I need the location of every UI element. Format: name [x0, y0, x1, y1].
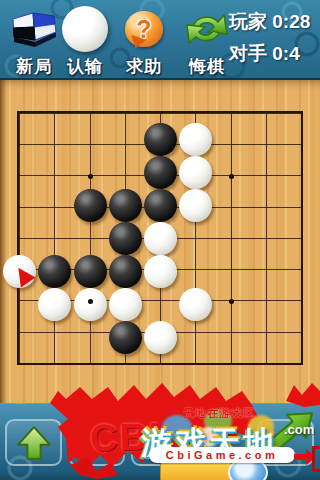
help-bubble-icon: ?: [125, 11, 163, 47]
board-intersection[interactable]: [143, 189, 178, 222]
board-intersection[interactable]: [2, 288, 37, 321]
ad-url: CbiGame.com: [166, 449, 278, 461]
board-intersection[interactable]: [73, 189, 108, 222]
board-intersection[interactable]: [214, 288, 249, 321]
board-intersection[interactable]: [108, 189, 143, 222]
board-intersection[interactable]: [178, 156, 213, 189]
board-intersection[interactable]: [284, 189, 319, 222]
board-intersection[interactable]: [249, 222, 284, 255]
board-intersection[interactable]: [73, 288, 108, 321]
board-cells: [2, 98, 319, 379]
board-intersection[interactable]: [143, 255, 178, 288]
board-intersection[interactable]: [2, 156, 37, 189]
white-stone: [179, 156, 212, 189]
board-intersection[interactable]: [143, 123, 178, 156]
undo-arrows-icon: [180, 5, 234, 53]
board-intersection[interactable]: [143, 321, 178, 354]
board-intersection[interactable]: [214, 255, 249, 288]
board-intersection[interactable]: [37, 288, 72, 321]
white-stone: [179, 123, 212, 156]
star-point: [88, 174, 93, 179]
undo-label: 悔棋: [180, 55, 234, 78]
board-intersection[interactable]: [284, 156, 319, 189]
board-intersection[interactable]: [73, 98, 108, 123]
board-intersection[interactable]: [143, 98, 178, 123]
white-stone: [144, 222, 177, 255]
white-stone: [179, 189, 212, 222]
black-stone: [109, 321, 142, 354]
board-intersection[interactable]: [37, 189, 72, 222]
board-intersection[interactable]: [249, 288, 284, 321]
white-stone: [144, 321, 177, 354]
opponent-label: 对手: [229, 43, 267, 64]
board-intersection[interactable]: [37, 222, 72, 255]
board-intersection[interactable]: [284, 255, 319, 288]
white-stone: [144, 255, 177, 288]
board-intersection[interactable]: [73, 156, 108, 189]
board-intersection[interactable]: [249, 321, 284, 354]
board-intersection[interactable]: [214, 222, 249, 255]
red-box-icon: [312, 446, 320, 472]
star-point: [88, 299, 93, 304]
player-label: 玩家: [229, 11, 267, 32]
board-intersection[interactable]: [108, 222, 143, 255]
board-intersection[interactable]: [73, 321, 108, 354]
board-intersection[interactable]: [2, 222, 37, 255]
star-point: [229, 174, 234, 179]
question-mark: ?: [125, 11, 163, 47]
black-stone: [109, 222, 142, 255]
black-stone: [74, 189, 107, 222]
board-intersection[interactable]: [284, 222, 319, 255]
board-intersection[interactable]: [249, 156, 284, 189]
black-stone: [144, 189, 177, 222]
star-point: [229, 299, 234, 304]
clock-panel: 玩家 0:28 对手 0:4: [229, 11, 310, 65]
board-intersection[interactable]: [37, 156, 72, 189]
white-stone: [74, 288, 107, 321]
black-stone: [38, 255, 71, 288]
board-intersection[interactable]: [143, 288, 178, 321]
go-board: [0, 80, 320, 403]
board-intersection[interactable]: [108, 123, 143, 156]
board-intersection[interactable]: [2, 255, 37, 288]
board-intersection[interactable]: [284, 321, 319, 354]
board-intersection[interactable]: [178, 222, 213, 255]
white-stone: [179, 288, 212, 321]
board-intersection[interactable]: [284, 98, 319, 123]
board-intersection[interactable]: [108, 156, 143, 189]
ad-dotcom: .com: [284, 422, 314, 437]
app-screen: 新局 认输 ? 求助: [0, 0, 320, 480]
board-intersection[interactable]: [284, 288, 319, 321]
resign-label: 认输: [58, 55, 112, 78]
board-intersection[interactable]: [108, 288, 143, 321]
white-stone: [109, 288, 142, 321]
board-intersection[interactable]: [143, 222, 178, 255]
board-intersection[interactable]: [108, 98, 143, 123]
white-stone-icon: [62, 6, 108, 52]
board-intersection[interactable]: [178, 288, 213, 321]
board-intersection[interactable]: [73, 222, 108, 255]
board-intersection[interactable]: [178, 123, 213, 156]
board-intersection[interactable]: [108, 255, 143, 288]
board-intersection[interactable]: [214, 189, 249, 222]
ad-url-pill[interactable]: CbiGame.com: [149, 447, 295, 463]
board-intersection[interactable]: [108, 321, 143, 354]
board-intersection[interactable]: [249, 255, 284, 288]
white-stone: [38, 288, 71, 321]
new-game-button[interactable]: 新局: [7, 5, 61, 78]
board-intersection[interactable]: [214, 98, 249, 123]
last-move-marker: [3, 255, 36, 288]
board-intersection[interactable]: [214, 321, 249, 354]
board-intersection[interactable]: [143, 156, 178, 189]
opponent-clock: 对手 0:4: [229, 43, 310, 65]
board-intersection[interactable]: [2, 123, 37, 156]
board-intersection[interactable]: [178, 255, 213, 288]
board-intersection[interactable]: [37, 98, 72, 123]
board-intersection[interactable]: [214, 156, 249, 189]
board-intersection[interactable]: [284, 123, 319, 156]
board-intersection[interactable]: [73, 255, 108, 288]
black-stone: [109, 189, 142, 222]
help-button[interactable]: ? 求助: [117, 5, 171, 78]
black-stone: [109, 255, 142, 288]
help-label: 求助: [117, 55, 171, 78]
board-intersection[interactable]: [178, 98, 213, 123]
board-intersection[interactable]: [2, 98, 37, 123]
ad-tagline: 天地在游戏区: [183, 406, 255, 421]
player-clock: 玩家 0:28: [229, 11, 310, 33]
board-intersection[interactable]: [178, 189, 213, 222]
resign-button[interactable]: 认输: [58, 5, 112, 78]
board-intersection[interactable]: [249, 123, 284, 156]
board-intersection[interactable]: [178, 321, 213, 354]
new-game-board-icon: [7, 5, 61, 53]
board-intersection[interactable]: [214, 123, 249, 156]
board-intersection[interactable]: [249, 98, 284, 123]
board-intersection[interactable]: [2, 321, 37, 354]
board-intersection[interactable]: [249, 189, 284, 222]
opponent-time: 0:4: [272, 43, 299, 64]
undo-button[interactable]: 悔棋: [180, 5, 234, 78]
player-time: 0:28: [272, 11, 310, 32]
top-toolbar: 新局 认输 ? 求助: [0, 0, 320, 80]
black-stone: [144, 123, 177, 156]
black-stone: [144, 156, 177, 189]
board-intersection[interactable]: [37, 255, 72, 288]
board-intersection[interactable]: [37, 123, 72, 156]
new-game-label: 新局: [7, 55, 61, 78]
ad-overlay[interactable]: 天地在游戏区 CBI 游戏天地 .com CbiGame.com: [0, 375, 320, 480]
board-intersection[interactable]: [37, 321, 72, 354]
board-intersection[interactable]: [2, 189, 37, 222]
board-intersection[interactable]: [73, 123, 108, 156]
black-stone: [74, 255, 107, 288]
white-stone: [3, 255, 36, 288]
